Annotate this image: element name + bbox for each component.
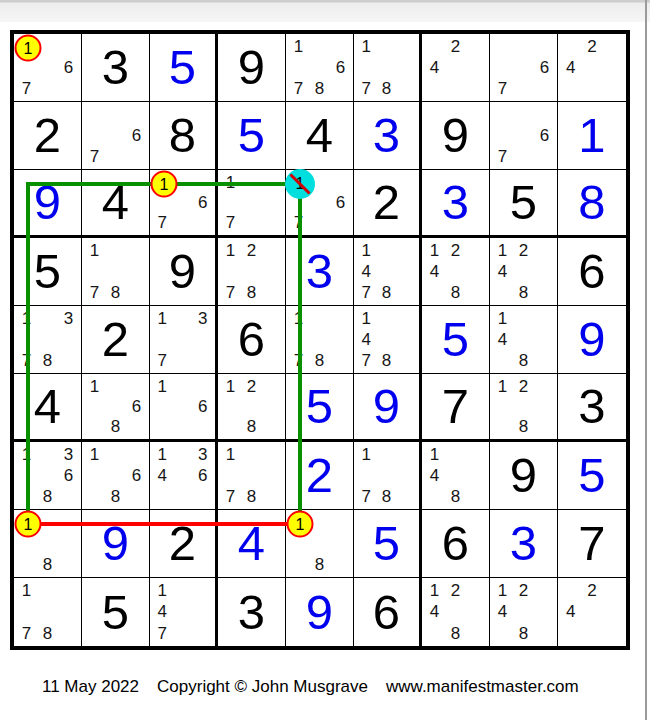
cell-r3c5: 167 xyxy=(286,170,354,238)
pencil-marks: 24 xyxy=(424,36,487,99)
cell-r5c2: 2 xyxy=(82,306,150,374)
cell-r2c6: 3 xyxy=(354,102,422,170)
given-digit: 4 xyxy=(14,374,81,439)
candidate-1: 1 xyxy=(356,240,376,261)
candidate-1: 1 xyxy=(288,512,309,533)
pencil-marks: 178 xyxy=(288,308,351,371)
candidate-8: 8 xyxy=(37,623,58,644)
cell-r4c1: 5 xyxy=(14,238,82,306)
candidate-4: 4 xyxy=(424,601,445,622)
candidate-6: 6 xyxy=(193,192,213,212)
candidate-7: 7 xyxy=(356,282,376,303)
candidate-1: 1 xyxy=(492,376,513,396)
given-digit: 5 xyxy=(14,238,81,305)
cell-r8c4: 4 xyxy=(218,510,286,578)
candidate-1: 1 xyxy=(424,580,445,601)
cell-r3c3: 167 xyxy=(150,170,218,238)
given-digit: 6 xyxy=(354,578,419,646)
cell-r5c9: 9 xyxy=(558,306,626,374)
candidate-8: 8 xyxy=(241,417,262,437)
cell-r2c4: 5 xyxy=(218,102,286,170)
solved-digit: 5 xyxy=(150,34,215,101)
footer-website: www.manifestmaster.com xyxy=(386,677,579,697)
cell-r6c3: 16 xyxy=(150,374,218,442)
cell-r2c2: 67 xyxy=(82,102,150,170)
candidate-8: 8 xyxy=(376,486,396,507)
given-digit: 3 xyxy=(218,578,285,646)
solved-digit: 9 xyxy=(286,578,353,646)
solved-digit: 5 xyxy=(354,510,419,577)
candidate-1: 1 xyxy=(220,172,241,192)
given-digit: 5 xyxy=(490,170,557,235)
cell-r5c4: 6 xyxy=(218,306,286,374)
pencil-marks: 168 xyxy=(84,444,147,507)
given-digit: 9 xyxy=(422,102,489,169)
cell-r4c4: 1278 xyxy=(218,238,286,306)
cell-r6c8: 128 xyxy=(490,374,558,442)
candidate-6: 6 xyxy=(193,396,213,416)
candidate-7: 7 xyxy=(492,78,513,99)
candidate-8: 8 xyxy=(513,417,534,437)
given-digit: 4 xyxy=(82,170,149,235)
cell-r2c9: 1 xyxy=(558,102,626,170)
candidate-2: 2 xyxy=(513,376,534,396)
pencil-marks: 168 xyxy=(84,376,147,437)
cell-r7c1: 1368 xyxy=(14,442,82,510)
candidate-6: 6 xyxy=(193,465,213,486)
candidate-6: 6 xyxy=(58,465,79,486)
candidate-2: 2 xyxy=(241,376,262,396)
cell-r3c9: 8 xyxy=(558,170,626,238)
candidate-1: 1 xyxy=(16,308,37,329)
pencil-marks: 167 xyxy=(288,172,351,233)
cell-r8c8: 3 xyxy=(490,510,558,578)
candidate-1: 1 xyxy=(84,376,105,396)
cell-r9c9: 24 xyxy=(558,578,626,646)
cell-r2c7: 9 xyxy=(422,102,490,170)
candidate-4: 4 xyxy=(560,601,581,622)
cell-r6c5: 5 xyxy=(286,374,354,442)
candidate-4: 4 xyxy=(492,261,513,282)
footer-copyright: Copyright © John Musgrave xyxy=(157,677,368,697)
candidate-8: 8 xyxy=(105,282,126,303)
candidate-2: 2 xyxy=(445,240,466,261)
solved-digit: 8 xyxy=(558,170,626,235)
cell-r2c8: 67 xyxy=(490,102,558,170)
pencil-marks: 16 xyxy=(152,376,213,437)
candidate-1: 1 xyxy=(492,580,513,601)
solved-digit: 5 xyxy=(286,374,353,439)
solved-digit: 5 xyxy=(218,102,285,169)
cell-r1c9: 24 xyxy=(558,34,626,102)
pencil-marks: 1278 xyxy=(220,240,283,303)
candidate-2: 2 xyxy=(241,240,262,261)
candidate-6: 6 xyxy=(534,57,555,78)
cell-r4c9: 6 xyxy=(558,238,626,306)
pencil-marks: 1378 xyxy=(16,308,79,371)
candidate-1: 1 xyxy=(84,240,105,261)
candidate-7: 7 xyxy=(288,213,309,233)
pencil-marks: 1248 xyxy=(424,240,487,303)
cell-r1c2: 3 xyxy=(82,34,150,102)
cell-r3c8: 5 xyxy=(490,170,558,238)
candidate-1: 1 xyxy=(356,444,376,465)
candidate-7: 7 xyxy=(84,146,105,167)
cell-r3c1: 9 xyxy=(14,170,82,238)
cell-r6c1: 4 xyxy=(14,374,82,442)
solved-digit: 9 xyxy=(14,170,81,235)
candidate-7: 7 xyxy=(152,213,172,233)
pencil-marks: 128 xyxy=(492,376,555,437)
pencil-marks: 1248 xyxy=(492,240,555,303)
cell-r8c6: 5 xyxy=(354,510,422,578)
candidate-8: 8 xyxy=(376,282,396,303)
candidate-1: 1 xyxy=(16,512,37,533)
candidate-2: 2 xyxy=(581,36,602,57)
pencil-marks: 67 xyxy=(84,104,147,167)
given-digit: 6 xyxy=(422,510,489,577)
solved-digit: 1 xyxy=(558,102,626,169)
candidate-7: 7 xyxy=(152,350,172,371)
cell-r9c6: 6 xyxy=(354,578,422,646)
pencil-marks: 137 xyxy=(152,308,213,371)
cell-r5c5: 178 xyxy=(286,306,354,374)
candidate-4: 4 xyxy=(424,261,445,282)
cell-r4c6: 1478 xyxy=(354,238,422,306)
cell-r8c7: 6 xyxy=(422,510,490,578)
candidate-7: 7 xyxy=(16,623,37,644)
candidate-7: 7 xyxy=(220,213,241,233)
cell-r2c3: 8 xyxy=(150,102,218,170)
candidate-1: 1 xyxy=(492,308,513,329)
pencil-marks: 1478 xyxy=(356,240,417,303)
pencil-marks: 24 xyxy=(560,580,624,644)
candidate-1: 1 xyxy=(220,444,241,465)
pencil-marks: 1346 xyxy=(152,444,213,507)
pencil-marks: 148 xyxy=(424,444,487,507)
given-digit: 9 xyxy=(490,442,557,509)
candidate-2: 2 xyxy=(445,580,466,601)
candidate-4: 4 xyxy=(152,465,172,486)
solved-digit: 9 xyxy=(354,374,419,439)
solved-digit: 3 xyxy=(422,170,489,235)
candidate-4: 4 xyxy=(424,57,445,78)
cell-r5c1: 1378 xyxy=(14,306,82,374)
cell-r1c7: 24 xyxy=(422,34,490,102)
candidate-1: 1 xyxy=(152,444,172,465)
cell-r7c8: 9 xyxy=(490,442,558,510)
cell-r9c5: 9 xyxy=(286,578,354,646)
candidate-7: 7 xyxy=(492,146,513,167)
candidate-8: 8 xyxy=(445,623,466,644)
candidate-3: 3 xyxy=(193,308,213,329)
cell-r7c7: 148 xyxy=(422,442,490,510)
given-digit: 3 xyxy=(558,374,626,439)
pencil-marks: 1368 xyxy=(16,444,79,507)
candidate-2: 2 xyxy=(513,580,534,601)
candidate-1: 1 xyxy=(288,36,309,57)
pencil-marks: 67 xyxy=(492,36,555,99)
candidate-6: 6 xyxy=(58,57,79,78)
candidate-6: 6 xyxy=(126,465,147,486)
pencil-marks: 1248 xyxy=(424,580,487,644)
candidate-1: 1 xyxy=(16,36,37,57)
cell-r5c7: 5 xyxy=(422,306,490,374)
footer-date: 11 May 2022 xyxy=(42,677,139,697)
pencil-marks: 67 xyxy=(492,104,555,167)
cell-r8c1: 18 xyxy=(14,510,82,578)
pencil-marks: 1248 xyxy=(492,580,555,644)
candidate-4: 4 xyxy=(356,329,376,350)
pencil-marks: 148 xyxy=(492,308,555,371)
candidate-8: 8 xyxy=(445,282,466,303)
candidate-7: 7 xyxy=(220,282,241,303)
solved-digit: 5 xyxy=(558,442,626,509)
solved-digit: 9 xyxy=(558,306,626,373)
given-digit: 6 xyxy=(558,238,626,305)
candidate-1: 1 xyxy=(152,308,172,329)
candidate-7: 7 xyxy=(356,486,376,507)
cell-r6c4: 128 xyxy=(218,374,286,442)
solved-digit: 3 xyxy=(490,510,557,577)
cell-r2c1: 2 xyxy=(14,102,82,170)
cell-r1c4: 9 xyxy=(218,34,286,102)
candidate-4: 4 xyxy=(356,261,376,282)
candidate-8: 8 xyxy=(513,350,534,371)
candidate-8: 8 xyxy=(37,486,58,507)
candidate-1: 1 xyxy=(152,172,172,192)
cell-r5c8: 148 xyxy=(490,306,558,374)
window-edge xyxy=(645,0,647,720)
cell-r6c6: 9 xyxy=(354,374,422,442)
candidate-1: 1 xyxy=(424,240,445,261)
given-digit: 7 xyxy=(558,510,626,577)
candidate-1: 1 xyxy=(356,36,376,57)
candidate-3: 3 xyxy=(58,444,79,465)
candidate-1: 1 xyxy=(16,580,37,601)
candidate-6: 6 xyxy=(330,192,351,212)
cell-r7c2: 168 xyxy=(82,442,150,510)
candidate-6: 6 xyxy=(534,125,555,146)
given-digit: 3 xyxy=(82,34,149,101)
cell-r3c6: 2 xyxy=(354,170,422,238)
solved-digit: 4 xyxy=(218,510,285,577)
cell-r7c3: 1346 xyxy=(150,442,218,510)
cell-r3c2: 4 xyxy=(82,170,150,238)
cell-r1c3: 5 xyxy=(150,34,218,102)
cell-r2c5: 4 xyxy=(286,102,354,170)
candidate-6: 6 xyxy=(126,125,147,146)
pencil-marks: 167 xyxy=(152,172,213,233)
candidate-8: 8 xyxy=(376,78,396,99)
given-digit: 9 xyxy=(150,238,215,305)
candidate-8: 8 xyxy=(309,78,330,99)
cell-r9c2: 5 xyxy=(82,578,150,646)
page-header-strip xyxy=(0,0,650,22)
candidate-8: 8 xyxy=(309,554,330,575)
given-digit: 2 xyxy=(14,102,81,169)
solved-digit: 3 xyxy=(354,102,419,169)
cell-r8c9: 7 xyxy=(558,510,626,578)
candidate-1: 1 xyxy=(492,240,513,261)
candidate-6: 6 xyxy=(126,396,147,416)
cell-r1c1: 167 xyxy=(14,34,82,102)
given-digit: 2 xyxy=(82,306,149,373)
pencil-marks: 1678 xyxy=(288,36,351,99)
cell-r5c3: 137 xyxy=(150,306,218,374)
candidate-2: 2 xyxy=(581,580,602,601)
cell-r3c4: 17 xyxy=(218,170,286,238)
page: 1673591678178246724267854396719416717167… xyxy=(0,0,650,720)
cell-r8c5: 18 xyxy=(286,510,354,578)
given-digit: 5 xyxy=(82,578,149,646)
given-digit: 2 xyxy=(354,170,419,235)
solved-digit: 9 xyxy=(82,510,149,577)
candidate-8: 8 xyxy=(513,623,534,644)
cell-r7c4: 178 xyxy=(218,442,286,510)
candidate-3: 3 xyxy=(193,444,213,465)
cell-r4c3: 9 xyxy=(150,238,218,306)
candidate-8: 8 xyxy=(105,417,126,437)
cell-r7c9: 5 xyxy=(558,442,626,510)
candidate-7: 7 xyxy=(288,78,309,99)
candidate-1: 1 xyxy=(424,444,445,465)
cell-r8c3: 2 xyxy=(150,510,218,578)
cell-r9c4: 3 xyxy=(218,578,286,646)
cell-r9c1: 178 xyxy=(14,578,82,646)
solved-digit: 5 xyxy=(422,306,489,373)
candidate-1: 1 xyxy=(220,240,241,261)
pencil-marks: 178 xyxy=(16,580,79,644)
cell-r7c5: 2 xyxy=(286,442,354,510)
solved-digit: 3 xyxy=(286,238,353,305)
pencil-marks: 1478 xyxy=(356,308,417,371)
candidate-6: 6 xyxy=(330,57,351,78)
cell-r9c3: 147 xyxy=(150,578,218,646)
sudoku-board: 1673591678178246724267854396719416717167… xyxy=(10,30,630,650)
pencil-marks: 17 xyxy=(220,172,283,233)
candidate-1: 1 xyxy=(84,444,105,465)
cell-r9c8: 1248 xyxy=(490,578,558,646)
candidate-3: 3 xyxy=(58,308,79,329)
cell-r6c2: 168 xyxy=(82,374,150,442)
pencil-marks: 167 xyxy=(16,36,79,99)
footer: 11 May 2022 Copyright © John Musgrave ww… xyxy=(42,677,579,697)
sudoku-grid: 1673591678178246724267854396719416717167… xyxy=(14,34,626,646)
candidate-1: 1 xyxy=(220,376,241,396)
candidate-1: 1 xyxy=(288,308,309,329)
pencil-marks: 178 xyxy=(356,36,417,99)
candidate-1: 1 xyxy=(16,444,37,465)
cell-r4c8: 1248 xyxy=(490,238,558,306)
candidate-1: 1 xyxy=(152,580,172,601)
given-digit: 6 xyxy=(218,306,285,373)
candidate-8: 8 xyxy=(241,282,262,303)
candidate-7: 7 xyxy=(356,350,376,371)
candidate-2: 2 xyxy=(445,36,466,57)
given-digit: 7 xyxy=(422,374,489,439)
pencil-marks: 18 xyxy=(288,512,351,575)
pencil-marks: 147 xyxy=(152,580,213,644)
cell-r1c8: 67 xyxy=(490,34,558,102)
candidate-8: 8 xyxy=(513,282,534,303)
cell-r5c6: 1478 xyxy=(354,306,422,374)
candidate-7: 7 xyxy=(152,623,172,644)
candidate-8: 8 xyxy=(241,486,262,507)
candidate-8: 8 xyxy=(376,350,396,371)
cell-r4c2: 178 xyxy=(82,238,150,306)
candidate-4: 4 xyxy=(492,601,513,622)
pencil-marks: 178 xyxy=(84,240,147,303)
cell-r6c7: 7 xyxy=(422,374,490,442)
candidate-8: 8 xyxy=(105,486,126,507)
given-digit: 8 xyxy=(150,102,215,169)
candidate-8: 8 xyxy=(37,350,58,371)
candidate-8: 8 xyxy=(445,486,466,507)
cell-r8c2: 9 xyxy=(82,510,150,578)
pencil-marks: 18 xyxy=(16,512,79,575)
candidate-4: 4 xyxy=(152,601,172,622)
candidate-1: 1 xyxy=(288,172,309,192)
pencil-marks: 178 xyxy=(220,444,283,507)
candidate-8: 8 xyxy=(309,350,330,371)
cell-r4c5: 3 xyxy=(286,238,354,306)
cell-r9c7: 1248 xyxy=(422,578,490,646)
candidate-2: 2 xyxy=(513,240,534,261)
cell-r3c7: 3 xyxy=(422,170,490,238)
candidate-7: 7 xyxy=(16,350,37,371)
pencil-marks: 128 xyxy=(220,376,283,437)
candidate-7: 7 xyxy=(84,282,105,303)
candidate-1: 1 xyxy=(356,308,376,329)
candidate-4: 4 xyxy=(424,465,445,486)
candidate-7: 7 xyxy=(356,78,376,99)
candidate-4: 4 xyxy=(560,57,581,78)
given-digit: 2 xyxy=(150,510,215,577)
cell-r1c5: 1678 xyxy=(286,34,354,102)
candidate-7: 7 xyxy=(220,486,241,507)
candidate-8: 8 xyxy=(37,554,58,575)
pencil-marks: 178 xyxy=(356,444,417,507)
cell-r1c6: 178 xyxy=(354,34,422,102)
candidate-1: 1 xyxy=(152,376,172,396)
candidate-4: 4 xyxy=(492,329,513,350)
given-digit: 9 xyxy=(218,34,285,101)
solved-digit: 2 xyxy=(286,442,353,509)
candidate-7: 7 xyxy=(16,78,37,99)
pencil-marks: 24 xyxy=(560,36,624,99)
cell-r6c9: 3 xyxy=(558,374,626,442)
cell-r4c7: 1248 xyxy=(422,238,490,306)
cell-r7c6: 178 xyxy=(354,442,422,510)
candidate-7: 7 xyxy=(288,350,309,371)
given-digit: 4 xyxy=(286,102,353,169)
